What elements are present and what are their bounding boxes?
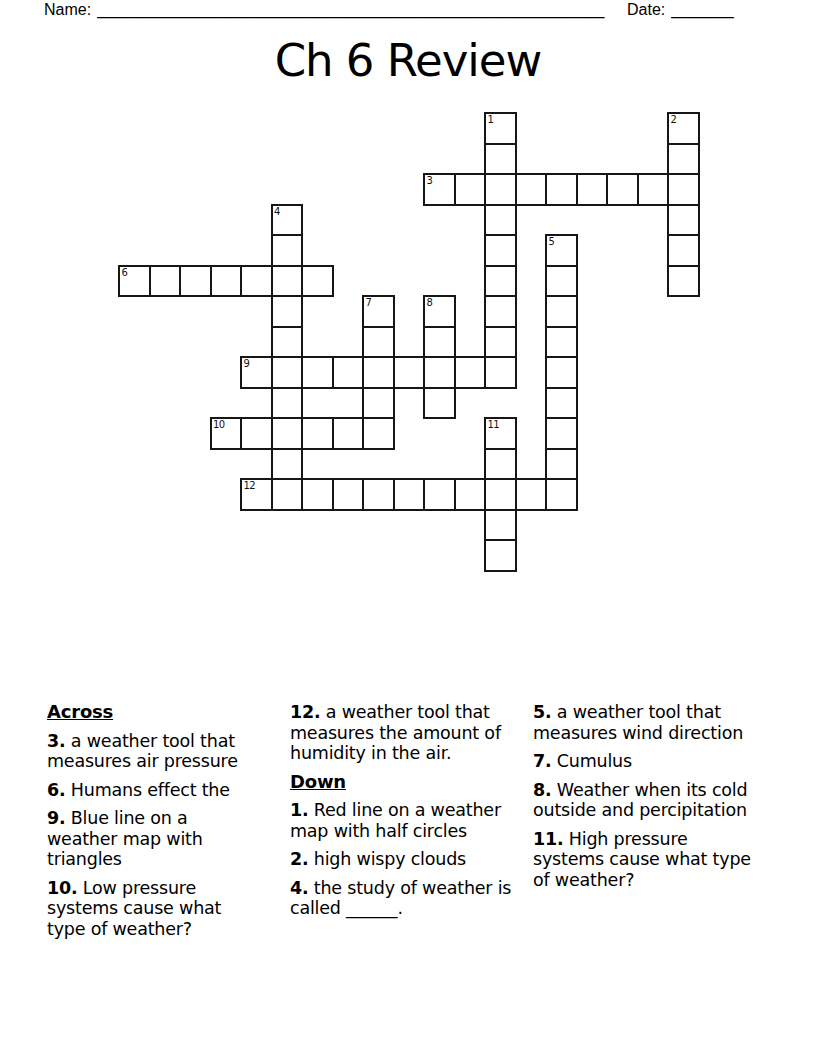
- grid-cell-r12c13[interactable]: [515, 478, 548, 511]
- grid-cell-r11c14[interactable]: [545, 448, 578, 481]
- grid-cell-r12c9[interactable]: [393, 478, 426, 511]
- grid-cell-r10c7[interactable]: [332, 417, 365, 450]
- grid-cell-r2c18[interactable]: [667, 173, 700, 206]
- grid-number-7: 7: [366, 298, 372, 308]
- grid-cell-r8c7[interactable]: [332, 356, 365, 389]
- clue-number: 12.: [290, 702, 320, 722]
- clue-number: 1.: [290, 800, 308, 820]
- grid-cell-r7c14[interactable]: [545, 326, 578, 359]
- grid-cell-r12c10[interactable]: [423, 478, 456, 511]
- grid-number-3: 3: [427, 176, 433, 186]
- clue-text: a weather tool that measures air pressur…: [47, 731, 238, 772]
- grid-cell-r5c4[interactable]: [240, 265, 273, 298]
- grid-cell-r2c16[interactable]: [606, 173, 639, 206]
- name-field-group: Name:___________________________________…: [44, 1, 604, 19]
- grid-cell-r8c11[interactable]: [454, 356, 487, 389]
- grid-cell-r5c12[interactable]: [484, 265, 517, 298]
- grid-number-12: 12: [244, 481, 256, 491]
- grid-cell-r8c5[interactable]: [271, 356, 304, 389]
- clue-item-down-5: 5. a weather tool that measures wind dir…: [533, 702, 757, 743]
- grid-cell-r9c8[interactable]: [362, 387, 395, 420]
- clue-number: 11.: [533, 829, 563, 849]
- grid-cell-r2c13[interactable]: [515, 173, 548, 206]
- grid-number-11: 11: [488, 420, 500, 430]
- clue-number: 7.: [533, 751, 551, 771]
- grid-cell-r5c6[interactable]: [301, 265, 334, 298]
- grid-cell-r3c12[interactable]: [484, 204, 517, 237]
- grid-cell-r4c12[interactable]: [484, 234, 517, 267]
- grid-cell-r7c12[interactable]: [484, 326, 517, 359]
- grid-cell-r7c5[interactable]: [271, 326, 304, 359]
- grid-cell-r12c11[interactable]: [454, 478, 487, 511]
- grid-number-6: 6: [122, 268, 128, 278]
- grid-number-4: 4: [274, 207, 280, 217]
- grid-number-2: 2: [671, 115, 677, 125]
- clue-number: 9.: [47, 808, 65, 828]
- grid-cell-r6c5[interactable]: [271, 295, 304, 328]
- grid-cell-r7c10[interactable]: [423, 326, 456, 359]
- page-title: Ch 6 Review: [0, 34, 816, 88]
- clue-item-down-11: 11. High pressure systems cause what typ…: [533, 829, 757, 891]
- date-blank-line: _______: [671, 1, 733, 18]
- grid-cell-r12c14[interactable]: [545, 478, 578, 511]
- clue-item-down-7: 7. Cumulus: [533, 751, 757, 772]
- grid-cell-r1c12[interactable]: [484, 143, 517, 176]
- clue-item-down-1: 1. Red line on a weather map with half c…: [290, 800, 518, 841]
- grid-cell-r5c3[interactable]: [210, 265, 243, 298]
- date-field-group: Date:_______: [627, 1, 734, 19]
- across-heading: Across: [47, 702, 262, 723]
- grid-cell-r8c6[interactable]: [301, 356, 334, 389]
- grid-cell-r4c18[interactable]: [667, 234, 700, 267]
- grid-cell-r8c8[interactable]: [362, 356, 395, 389]
- grid-number-1: 1: [488, 115, 494, 125]
- clue-number: 5.: [533, 702, 551, 722]
- grid-cell-r2c17[interactable]: [637, 173, 670, 206]
- worksheet-page: Name:___________________________________…: [0, 0, 816, 1056]
- grid-cell-r13c12[interactable]: [484, 509, 517, 542]
- date-label: Date:: [627, 1, 665, 18]
- clue-column-across: Across 3. a weather tool that measures a…: [47, 702, 262, 947]
- clue-text: Weather when its cold outside and percip…: [533, 780, 747, 821]
- clue-text: a weather tool that measures the amount …: [290, 702, 501, 763]
- name-blank-line: ________________________________________…: [97, 1, 604, 18]
- clue-text: Humans effect the: [71, 780, 230, 800]
- clue-item-across-6: 6. Humans effect the: [47, 780, 262, 801]
- clue-number: 8.: [533, 780, 551, 800]
- grid-cell-r10c8[interactable]: [362, 417, 395, 450]
- down-heading: Down: [290, 772, 518, 793]
- grid-cell-r2c15[interactable]: [576, 173, 609, 206]
- clue-item-down-8: 8. Weather when its cold outside and per…: [533, 780, 757, 821]
- clue-text: a weather tool that measures wind direct…: [533, 702, 743, 743]
- grid-cell-r9c10[interactable]: [423, 387, 456, 420]
- grid-number-10: 10: [213, 420, 225, 430]
- clue-text: Red line on a weather map with half circ…: [290, 800, 501, 841]
- grid-cell-r6c12[interactable]: [484, 295, 517, 328]
- grid-cell-r12c6[interactable]: [301, 478, 334, 511]
- name-label: Name:: [44, 1, 91, 18]
- grid-cell-r11c5[interactable]: [271, 448, 304, 481]
- clue-item-across-12: 12. a weather tool that measures the amo…: [290, 702, 518, 764]
- clue-number: 10.: [47, 878, 77, 898]
- grid-cell-r8c9[interactable]: [393, 356, 426, 389]
- clue-item-across-3: 3. a weather tool that measures air pres…: [47, 731, 262, 772]
- grid-cell-r12c7[interactable]: [332, 478, 365, 511]
- grid-cell-r10c6[interactable]: [301, 417, 334, 450]
- grid-cell-r1c18[interactable]: [667, 143, 700, 176]
- clue-text: high wispy clouds: [314, 849, 466, 869]
- grid-cell-r11c12[interactable]: [484, 448, 517, 481]
- grid-number-5: 5: [549, 237, 555, 247]
- grid-cell-r5c1[interactable]: [149, 265, 182, 298]
- grid-cell-r10c14[interactable]: [545, 417, 578, 450]
- clue-number: 3.: [47, 731, 65, 751]
- clue-column-middle: 12. a weather tool that measures the amo…: [290, 702, 518, 927]
- clue-text: High pressure systems cause what type of…: [533, 829, 751, 890]
- grid-cell-r8c12[interactable]: [484, 356, 517, 389]
- grid-cell-r5c14[interactable]: [545, 265, 578, 298]
- grid-cell-r4c5[interactable]: [271, 234, 304, 267]
- grid-cell-r5c5[interactable]: [271, 265, 304, 298]
- grid-cell-r3c18[interactable]: [667, 204, 700, 237]
- grid-number-9: 9: [244, 359, 250, 369]
- clue-item-across-10: 10. Low pressure systems cause what type…: [47, 878, 262, 940]
- grid-cell-r9c5[interactable]: [271, 387, 304, 420]
- grid-cell-r14c12[interactable]: [484, 539, 517, 572]
- grid-cell-r8c10[interactable]: [423, 356, 456, 389]
- grid-cell-r7c8[interactable]: [362, 326, 395, 359]
- crossword-grid: 123456789101112: [118, 112, 700, 572]
- clue-item-across-9: 9. Blue line on a weather map with trian…: [47, 808, 262, 870]
- clue-item-down-2: 2. high wispy clouds: [290, 849, 518, 870]
- grid-cell-r2c11[interactable]: [454, 173, 487, 206]
- grid-cell-r2c14[interactable]: [545, 173, 578, 206]
- grid-cell-r10c4[interactable]: [240, 417, 273, 450]
- clue-number: 6.: [47, 780, 65, 800]
- clue-number: 2.: [290, 849, 308, 869]
- clue-text: Cumulus: [557, 751, 632, 771]
- grid-cell-r8c14[interactable]: [545, 356, 578, 389]
- grid-cell-r10c5[interactable]: [271, 417, 304, 450]
- clue-text: the study of weather is called ______.: [290, 878, 511, 919]
- grid-cell-r9c14[interactable]: [545, 387, 578, 420]
- clue-column-down: 5. a weather tool that measures wind dir…: [533, 702, 757, 898]
- grid-cell-r5c18[interactable]: [667, 265, 700, 298]
- grid-cell-r12c12[interactable]: [484, 478, 517, 511]
- grid-number-8: 8: [427, 298, 433, 308]
- grid-cell-r5c2[interactable]: [179, 265, 212, 298]
- clue-number: 4.: [290, 878, 308, 898]
- grid-cell-r2c12[interactable]: [484, 173, 517, 206]
- clue-text: Blue line on a weather map with triangle…: [47, 808, 203, 869]
- grid-cell-r12c8[interactable]: [362, 478, 395, 511]
- grid-cell-r12c5[interactable]: [271, 478, 304, 511]
- clue-item-down-4: 4. the study of weather is called ______…: [290, 878, 518, 919]
- grid-cell-r6c14[interactable]: [545, 295, 578, 328]
